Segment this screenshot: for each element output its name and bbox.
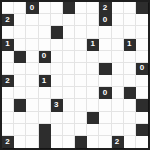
cell-9-6[interactable] [75,112,87,124]
cell-0-9[interactable] [112,2,124,14]
cell-10-0[interactable] [2,124,14,136]
cell-2-1[interactable] [14,26,26,38]
clue-number: 1 [42,77,46,85]
cell-4-9[interactable] [112,51,124,63]
cell-2-6[interactable] [75,26,87,38]
cell-9-1[interactable] [14,112,26,124]
cell-7-7[interactable] [87,87,99,99]
clue-cell-8-4: 3 [51,99,63,111]
wall-cell-7-10 [124,87,136,99]
cell-11-8[interactable] [99,136,111,148]
cell-1-11[interactable] [136,14,148,26]
cell-1-6[interactable] [75,14,87,26]
cell-2-3[interactable] [39,26,51,38]
cell-9-5[interactable] [63,112,75,124]
cell-7-3[interactable] [39,87,51,99]
cell-10-2[interactable] [26,124,38,136]
cell-7-4[interactable] [51,87,63,99]
cell-0-1[interactable] [14,2,26,14]
cell-8-0[interactable] [2,99,14,111]
cell-7-2[interactable] [26,87,38,99]
cell-9-4[interactable] [51,112,63,124]
cell-6-1[interactable] [14,75,26,87]
clue-cell-4-3: 0 [39,51,51,63]
akari-grid: 022011100210322 [2,2,148,148]
cell-5-2[interactable] [26,63,38,75]
clue-number: 2 [5,77,9,85]
cell-8-2[interactable] [26,99,38,111]
cell-4-11[interactable] [136,51,148,63]
clue-number: 2 [5,16,9,24]
cell-8-6[interactable] [75,99,87,111]
clue-number: 0 [42,52,46,60]
cell-2-11[interactable] [136,26,148,38]
cell-11-2[interactable] [26,136,38,148]
wall-cell-8-11 [136,99,148,111]
cell-0-0[interactable] [2,2,14,14]
cell-11-7[interactable] [87,136,99,148]
cell-1-4[interactable] [51,14,63,26]
cell-9-9[interactable] [112,112,124,124]
cell-6-7[interactable] [87,75,99,87]
cell-1-9[interactable] [112,14,124,26]
cell-5-6[interactable] [75,63,87,75]
cell-8-10[interactable] [124,99,136,111]
cell-8-8[interactable] [99,99,111,111]
cell-3-11[interactable] [136,39,148,51]
clue-cell-3-7: 1 [87,39,99,51]
cell-0-3[interactable] [39,2,51,14]
cell-7-5[interactable] [63,87,75,99]
cell-0-10[interactable] [124,2,136,14]
wall-cell-8-1 [14,99,26,111]
cell-1-3[interactable] [39,14,51,26]
cell-1-2[interactable] [26,14,38,26]
cell-4-0[interactable] [2,51,14,63]
cell-9-10[interactable] [124,112,136,124]
cell-4-10[interactable] [124,51,136,63]
cell-11-1[interactable] [14,136,26,148]
wall-cell-5-8 [99,63,111,75]
wall-cell-11-6 [75,136,87,148]
clue-cell-1-0: 2 [2,14,14,26]
clue-cell-0-8: 2 [99,2,111,14]
cell-2-9[interactable] [112,26,124,38]
cell-3-9[interactable] [112,39,124,51]
cell-1-10[interactable] [124,14,136,26]
cell-4-4[interactable] [51,51,63,63]
cell-1-5[interactable] [63,14,75,26]
cell-10-4[interactable] [51,124,63,136]
cell-3-5[interactable] [63,39,75,51]
cell-2-7[interactable] [87,26,99,38]
wall-cell-9-7 [87,112,99,124]
cell-1-7[interactable] [87,14,99,26]
cell-7-1[interactable] [14,87,26,99]
clue-number: 3 [54,101,58,109]
cell-11-11[interactable] [136,136,148,148]
wall-cell-4-1 [14,51,26,63]
cell-3-2[interactable] [26,39,38,51]
cell-5-0[interactable] [2,63,14,75]
cell-8-7[interactable] [87,99,99,111]
cell-10-9[interactable] [112,124,124,136]
cell-11-5[interactable] [63,136,75,148]
cell-6-9[interactable] [112,75,124,87]
cell-0-7[interactable] [87,2,99,14]
cell-7-11[interactable] [136,87,148,99]
cell-9-2[interactable] [26,112,38,124]
clue-number: 0 [30,4,34,12]
cell-8-5[interactable] [63,99,75,111]
cell-6-2[interactable] [26,75,38,87]
wall-cell-10-3 [39,124,51,136]
cell-5-10[interactable] [124,63,136,75]
cell-5-3[interactable] [39,63,51,75]
clue-number: 0 [140,64,144,72]
wall-cell-11-3 [39,136,51,148]
cell-4-5[interactable] [63,51,75,63]
cell-4-2[interactable] [26,51,38,63]
cell-10-6[interactable] [75,124,87,136]
clue-number: 0 [103,89,107,97]
cell-6-4[interactable] [51,75,63,87]
clue-cell-11-9: 2 [112,136,124,148]
cell-5-4[interactable] [51,63,63,75]
clue-cell-0-2: 0 [26,2,38,14]
cell-6-5[interactable] [63,75,75,87]
cell-8-9[interactable] [112,99,124,111]
clue-number: 1 [91,40,95,48]
clue-cell-1-8: 0 [99,14,111,26]
cell-3-3[interactable] [39,39,51,51]
cell-11-4[interactable] [51,136,63,148]
clue-number: 2 [5,138,9,146]
cell-7-6[interactable] [75,87,87,99]
cell-6-6[interactable] [75,75,87,87]
cell-7-9[interactable] [112,87,124,99]
clue-cell-5-11: 0 [136,63,148,75]
cell-9-8[interactable] [99,112,111,124]
cell-2-8[interactable] [99,26,111,38]
cell-3-1[interactable] [14,39,26,51]
cell-9-0[interactable] [2,112,14,124]
cell-4-6[interactable] [75,51,87,63]
cell-6-10[interactable] [124,75,136,87]
cell-9-11[interactable] [136,112,148,124]
cell-5-5[interactable] [63,63,75,75]
cell-2-0[interactable] [2,26,14,38]
cell-4-8[interactable] [99,51,111,63]
cell-7-0[interactable] [2,87,14,99]
cell-2-2[interactable] [26,26,38,38]
cell-10-1[interactable] [14,124,26,136]
cell-9-3[interactable] [39,112,51,124]
cell-5-7[interactable] [87,63,99,75]
cell-5-9[interactable] [112,63,124,75]
clue-cell-3-0: 1 [2,39,14,51]
cell-2-5[interactable] [63,26,75,38]
clue-number: 2 [115,138,119,146]
cell-6-8[interactable] [99,75,111,87]
cell-0-6[interactable] [75,2,87,14]
clue-cell-7-8: 0 [99,87,111,99]
cell-10-10[interactable] [124,124,136,136]
clue-cell-6-0: 2 [2,75,14,87]
cell-6-11[interactable] [136,75,148,87]
cell-1-1[interactable] [14,14,26,26]
clue-cell-6-3: 1 [39,75,51,87]
wall-cell-0-5 [63,2,75,14]
cell-10-7[interactable] [87,124,99,136]
cell-11-10[interactable] [124,136,136,148]
cell-10-8[interactable] [99,124,111,136]
wall-cell-10-11 [136,124,148,136]
wall-cell-2-4 [51,26,63,38]
cell-3-4[interactable] [51,39,63,51]
clue-cell-11-0: 2 [2,136,14,148]
cell-8-3[interactable] [39,99,51,111]
clue-cell-3-10: 1 [124,39,136,51]
clue-number: 0 [103,16,107,24]
cell-5-1[interactable] [14,63,26,75]
clue-number: 1 [127,40,131,48]
clue-number: 1 [5,40,9,48]
clue-number: 2 [103,4,107,12]
puzzle-board: 022011100210322 [0,0,150,150]
cell-3-6[interactable] [75,39,87,51]
cell-0-4[interactable] [51,2,63,14]
cell-4-7[interactable] [87,51,99,63]
cell-2-10[interactable] [124,26,136,38]
cell-3-8[interactable] [99,39,111,51]
cell-10-5[interactable] [63,124,75,136]
wall-cell-0-11 [136,2,148,14]
